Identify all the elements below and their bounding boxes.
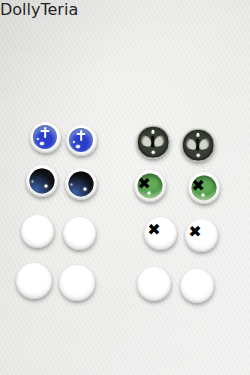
eyes-layer: ✖✖✖✖ — [0, 0, 250, 375]
purple-x-iris: ✖ — [188, 222, 214, 248]
doll-eye-8-green-x: ✖ — [188, 172, 220, 204]
sparkle-highlight — [71, 184, 73, 186]
dark-wings-iris — [182, 129, 215, 162]
cross-pupil-icon: ✖ — [188, 222, 201, 241]
dark-wings-iris — [137, 126, 170, 159]
sparkle-highlight — [157, 239, 160, 242]
purple-pink-iris — [63, 269, 91, 297]
navy-smile-iris — [66, 220, 92, 246]
sparkle-highlight — [197, 154, 200, 157]
sparkle-highlight — [198, 241, 201, 244]
doll-eye-13-purple-pink — [16, 263, 52, 299]
black-blue-iris — [30, 169, 55, 194]
doll-eye-15-navy-fade — [137, 267, 171, 301]
green-x-iris: ✖ — [138, 174, 163, 199]
cross-pupil-icon: ✖ — [138, 174, 151, 193]
sparkle-highlight — [76, 239, 79, 242]
wing-pupil-icon — [186, 137, 210, 151]
sparkle-highlight — [151, 291, 154, 294]
sparkle-highlight — [74, 290, 77, 293]
navy-fade-iris — [141, 271, 168, 298]
product-photo: ✖✖✖✖ DollyTeria — [0, 0, 250, 375]
doll-eye-11-purple-x: ✖ — [144, 217, 177, 250]
navy-smile-iris — [24, 218, 50, 244]
sparkle-highlight — [201, 194, 204, 197]
purple-x-iris: ✖ — [147, 220, 173, 246]
sparkle-highlight — [76, 145, 80, 149]
sparkle-highlight — [31, 288, 34, 291]
doll-eye-5-black-blue — [26, 165, 58, 197]
doll-eye-7-green-x: ✖ — [134, 170, 166, 202]
sparkle-highlight — [147, 192, 150, 195]
doll-eye-2-blue-star — [66, 125, 97, 156]
wing-pupil-icon — [141, 134, 165, 148]
sparkle-highlight — [40, 142, 44, 146]
sparkle-highlight — [152, 151, 155, 154]
star-cross-pupil-icon — [40, 127, 49, 138]
blue-star-iris — [69, 128, 93, 152]
sparkle-highlight — [194, 293, 197, 296]
doll-eye-9-navy-smile — [21, 215, 54, 248]
doll-eye-4-dark-wings — [181, 128, 215, 162]
sparkle-highlight — [32, 181, 34, 183]
purple-pink-iris — [20, 267, 48, 295]
sparkle-highlight — [37, 138, 39, 140]
doll-eye-6-black-blue — [65, 168, 97, 200]
cross-pupil-icon: ✖ — [192, 176, 205, 195]
cross-pupil-icon: ✖ — [147, 220, 160, 239]
blue-star-iris — [33, 125, 57, 149]
sparkle-highlight — [73, 141, 75, 143]
doll-eye-10-navy-smile — [63, 217, 96, 250]
black-blue-iris — [69, 172, 94, 197]
doll-eye-3-dark-wings — [136, 125, 170, 159]
doll-eye-1-blue-star — [30, 122, 61, 153]
green-x-iris: ✖ — [192, 176, 217, 201]
doll-eye-14-purple-pink — [59, 265, 95, 301]
doll-eye-12-purple-x: ✖ — [185, 219, 218, 252]
navy-fade-iris — [184, 273, 211, 300]
star-cross-pupil-icon — [76, 130, 85, 141]
sparkle-highlight — [44, 185, 47, 188]
sparkle-highlight — [34, 237, 37, 240]
doll-eye-16-navy-fade — [180, 269, 214, 303]
sparkle-highlight — [83, 188, 86, 191]
